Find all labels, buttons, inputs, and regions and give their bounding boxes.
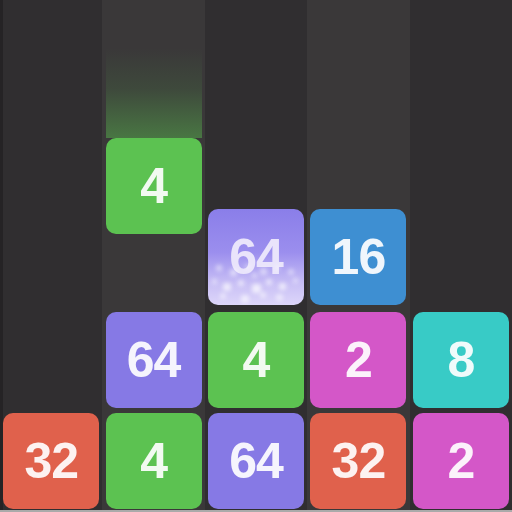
merge-particle — [238, 280, 244, 286]
tile-value: 4 — [243, 331, 270, 389]
merge-particle — [293, 278, 298, 283]
merge-particle — [260, 268, 267, 275]
merge-particle — [223, 283, 231, 291]
merge-particle — [252, 273, 257, 278]
tile-4: 4 — [106, 413, 202, 509]
merge-particle — [241, 295, 249, 303]
tile-16: 16 — [310, 209, 406, 305]
merge-particle — [216, 265, 222, 271]
tile-64: 64 — [208, 209, 304, 305]
merge-particle — [212, 279, 217, 284]
tile-64: 64 — [106, 312, 202, 408]
merge-particle — [230, 269, 237, 276]
merge-particle — [288, 269, 294, 275]
tile-4-falling: 4 — [106, 138, 202, 234]
merge-particle — [260, 292, 266, 298]
tile-2: 2 — [310, 312, 406, 408]
tile-value: 8 — [447, 331, 474, 389]
tile-64: 64 — [208, 413, 304, 509]
merge-particle — [266, 279, 272, 285]
tile-32: 32 — [3, 413, 99, 509]
merge-particle — [276, 294, 283, 301]
tile-value: 4 — [140, 432, 167, 490]
tile-2: 2 — [413, 413, 509, 509]
tile-32: 32 — [310, 413, 406, 509]
tile-value: 32 — [332, 432, 386, 490]
tile-value: 2 — [447, 432, 474, 490]
tile-value: 64 — [127, 331, 181, 389]
tile-4: 4 — [208, 312, 304, 408]
game-board: 464166442832464322 — [0, 0, 512, 512]
tile-value: 64 — [229, 432, 283, 490]
tile-8: 8 — [413, 312, 509, 408]
merge-particle — [275, 265, 280, 270]
merge-particle — [279, 283, 286, 290]
merge-particle — [245, 264, 250, 269]
tile-value: 4 — [140, 157, 167, 215]
tile-value: 2 — [345, 331, 372, 389]
merge-particle — [220, 293, 226, 299]
tile-value: 32 — [24, 432, 78, 490]
tile-value: 16 — [332, 228, 386, 286]
